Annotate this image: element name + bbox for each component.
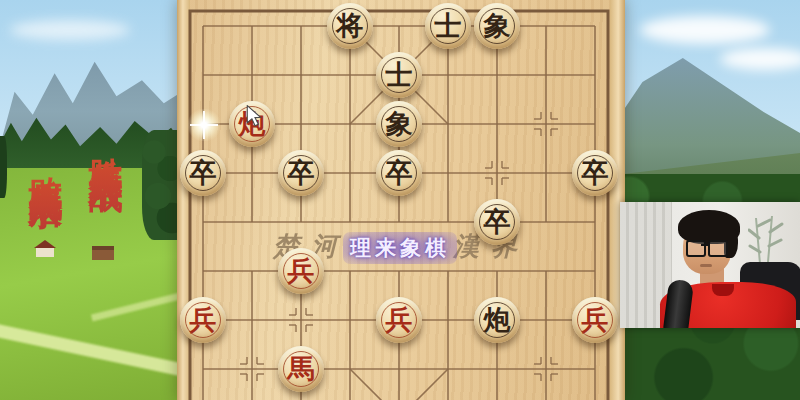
piece-character: 兵: [582, 306, 609, 333]
piece-character: 象: [484, 12, 511, 39]
piece-馬-red[interactable]: 馬: [278, 346, 324, 392]
piece-character: 卒: [386, 159, 413, 186]
piece-character: 卒: [582, 159, 609, 186]
piece-卒-black[interactable]: 卒: [278, 150, 324, 196]
piece-士-black[interactable]: 士: [425, 3, 471, 49]
piece-兵-red[interactable]: 兵: [376, 297, 422, 343]
webcam-overlay: [620, 202, 800, 328]
piece-兵-red[interactable]: 兵: [278, 248, 324, 294]
piece-卒-black[interactable]: 卒: [474, 199, 520, 245]
piece-character: 将: [337, 12, 364, 39]
piece-卒-black[interactable]: 卒: [376, 150, 422, 196]
piece-兵-red[interactable]: 兵: [180, 297, 226, 343]
cloud: [720, 48, 800, 70]
mouse-cursor: [245, 105, 263, 127]
trees-near-board-left: [142, 130, 182, 240]
cloud: [640, 16, 770, 44]
app-watermark: 理来象棋: [343, 232, 457, 264]
piece-将-black[interactable]: 将: [327, 3, 373, 49]
piece-character: 士: [435, 12, 462, 39]
piece-character: 卒: [190, 159, 217, 186]
piece-character: 士: [386, 61, 413, 88]
person-mouth: [700, 264, 712, 267]
piece-character: 兵: [190, 306, 217, 333]
piece-character: 兵: [288, 257, 315, 284]
glasses: [686, 240, 728, 255]
piece-character: 兵: [386, 306, 413, 333]
piece-卒-black[interactable]: 卒: [180, 150, 226, 196]
piece-character: 卒: [288, 159, 315, 186]
piece-卒-black[interactable]: 卒: [572, 150, 618, 196]
piece-炮-black[interactable]: 炮: [474, 297, 520, 343]
piece-象-black[interactable]: 象: [376, 101, 422, 147]
piece-character: 馬: [288, 355, 315, 382]
quote-column-left: 败兵先战而后求: [26, 150, 66, 400]
piece-character: 卒: [484, 208, 511, 235]
shirt-collar: [712, 284, 734, 296]
stage: 胜兵先胜而后求战 败兵先战而后求 楚河 漢界 理来象棋 将士象士炮象卒卒卒卒卒兵…: [0, 0, 800, 400]
quote-column-right: 胜兵先胜而后求战: [86, 130, 126, 400]
cloud: [10, 20, 130, 40]
piece-象-black[interactable]: 象: [474, 3, 520, 49]
tree-at-frame-edge: [0, 136, 7, 198]
xiangqi-board[interactable]: 楚河 漢界 理来象棋 将士象士炮象卒卒卒卒卒兵兵兵炮兵馬: [177, 0, 625, 400]
bamboo-wall-art: [748, 214, 788, 266]
piece-character: 炮: [484, 306, 511, 333]
move-sparkle-effect: [188, 109, 220, 141]
piece-士-black[interactable]: 士: [376, 52, 422, 98]
piece-character: 象: [386, 110, 413, 137]
piece-兵-red[interactable]: 兵: [572, 297, 618, 343]
